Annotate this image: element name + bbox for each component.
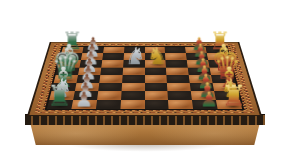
piece-white-rook-a1[interactable]: ♜: [46, 101, 73, 110]
chess-board[interactable]: ♜♞♝♛♚♝♜♟♟♟♟♟♟♟♟♞♜♞♝♛♚♝♜♟♟♟♟♟♟♟♟♞: [27, 42, 262, 116]
black-pawn-glyph: ♟: [200, 90, 219, 111]
white-rook-glyph: ♜: [46, 82, 72, 111]
piece-white-knight-f4[interactable]: ♞: [124, 60, 146, 67]
black-knight-glyph: ♞: [147, 44, 168, 68]
piece-black-knight-f5[interactable]: ♞: [146, 60, 168, 67]
piece-black-rook-a8[interactable]: ♜: [220, 101, 247, 110]
white-knight-glyph: ♞: [125, 44, 146, 68]
black-rook-glyph: ♜: [221, 82, 247, 111]
piece-white-pawn-a2[interactable]: ♟: [71, 101, 97, 110]
chest-front-face: [30, 122, 260, 145]
piece-black-pawn-a7[interactable]: ♟: [195, 101, 221, 110]
chess-set-photo: ♜♞♝♛♚♝♜♟♟♟♟♟♟♟♟♞♜♞♝♛♚♝♜♟♟♟♟♟♟♟♟♞: [0, 0, 290, 165]
white-pawn-glyph: ♟: [75, 90, 94, 111]
